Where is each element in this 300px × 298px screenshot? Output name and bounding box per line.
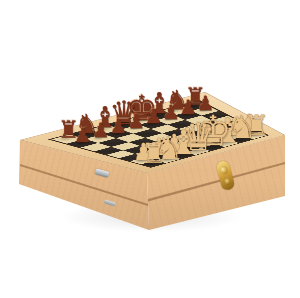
- piece-black-pawn-b7[interactable]: ♟: [92, 121, 110, 141]
- piece-black-pawn-e7[interactable]: ♟: [145, 107, 163, 127]
- piece-black-pawn-f7[interactable]: ♟: [162, 103, 180, 123]
- piece-black-pawn-d7[interactable]: ♟: [127, 112, 145, 132]
- piece-black-pawn-c7[interactable]: ♟: [110, 117, 128, 137]
- chess-set-photo: ♜♞♝♛♚♝♞♜♟♟♟♟♟♟♟♟♟♟♟♟♟♟♟♟♜♞♝♛♚♝♞♜: [0, 0, 300, 298]
- piece-white-rook-a1[interactable]: ♜: [141, 140, 166, 168]
- piece-black-pawn-a7[interactable]: ♟: [74, 126, 92, 146]
